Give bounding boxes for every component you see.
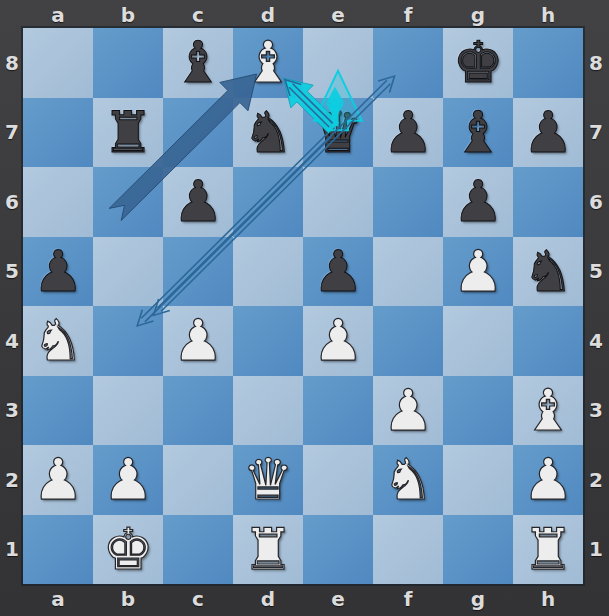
square-a2[interactable]: ♟ — [23, 445, 93, 515]
piece-white-knight[interactable]: ♞ — [382, 445, 433, 515]
piece-white-pawn[interactable]: ♟ — [452, 237, 503, 307]
square-h3[interactable]: ♝ — [513, 376, 583, 446]
rank-label-left-6: 6 — [5, 190, 19, 214]
square-d5[interactable] — [233, 237, 303, 307]
square-g7[interactable]: ♝ — [443, 98, 513, 168]
square-b4[interactable] — [93, 306, 163, 376]
file-label-bottom-f: f — [404, 587, 413, 611]
square-b6[interactable] — [93, 167, 163, 237]
square-h2[interactable]: ♟ — [513, 445, 583, 515]
square-d7[interactable]: ♞ — [233, 98, 303, 168]
square-g1[interactable] — [443, 515, 513, 585]
piece-black-pawn[interactable]: ♟ — [32, 237, 83, 307]
square-b7[interactable]: ♜ — [93, 98, 163, 168]
rank-label-left-7: 7 — [5, 120, 19, 144]
piece-white-rook[interactable]: ♜ — [242, 515, 293, 585]
file-label-bottom-c: c — [192, 587, 204, 611]
square-e3[interactable] — [303, 376, 373, 446]
file-label-bottom-g: g — [471, 587, 485, 611]
piece-black-pawn[interactable]: ♟ — [312, 237, 363, 307]
square-c7[interactable] — [163, 98, 233, 168]
square-b8[interactable] — [93, 28, 163, 98]
file-label-bottom-e: e — [331, 587, 345, 611]
file-label-bottom-d: d — [261, 587, 275, 611]
rank-label-left-5: 5 — [5, 259, 19, 283]
rank-label-left-3: 3 — [5, 398, 19, 422]
piece-black-king[interactable]: ♚ — [452, 28, 503, 98]
rank-label-right-1: 1 — [589, 537, 603, 561]
piece-white-pawn[interactable]: ♟ — [32, 445, 83, 515]
square-a5[interactable]: ♟ — [23, 237, 93, 307]
rank-label-left-4: 4 — [5, 329, 19, 353]
piece-black-pawn[interactable]: ♟ — [452, 167, 503, 237]
file-label-top-e: e — [331, 3, 345, 27]
square-f4[interactable] — [373, 306, 443, 376]
square-g8[interactable]: ♚ — [443, 28, 513, 98]
square-d6[interactable] — [233, 167, 303, 237]
square-c6[interactable]: ♟ — [163, 167, 233, 237]
square-a6[interactable] — [23, 167, 93, 237]
square-e6[interactable] — [303, 167, 373, 237]
square-e8[interactable] — [303, 28, 373, 98]
square-h1[interactable]: ♜ — [513, 515, 583, 585]
rank-label-right-2: 2 — [589, 468, 603, 492]
rank-label-right-7: 7 — [589, 120, 603, 144]
rank-label-right-5: 5 — [589, 259, 603, 283]
square-h4[interactable] — [513, 306, 583, 376]
square-d4[interactable] — [233, 306, 303, 376]
rank-label-left-2: 2 — [5, 468, 19, 492]
square-h7[interactable]: ♟ — [513, 98, 583, 168]
square-h6[interactable] — [513, 167, 583, 237]
piece-black-pawn[interactable]: ♟ — [382, 98, 433, 168]
square-c1[interactable] — [163, 515, 233, 585]
file-label-bottom-b: b — [121, 587, 135, 611]
board[interactable]: ♝♝♚♜♞♛♟♝♟♟♟♟♟♟♞♞♟♟♟♝♟♟♛♞♟♚♜♜ — [23, 28, 583, 584]
piece-white-knight[interactable]: ♞ — [32, 306, 83, 376]
file-label-top-f: f — [404, 3, 413, 27]
square-e4[interactable]: ♟ — [303, 306, 373, 376]
square-b1[interactable]: ♚ — [93, 515, 163, 585]
piece-black-bishop[interactable]: ♝ — [172, 28, 223, 98]
file-label-top-g: g — [471, 3, 485, 27]
piece-black-bishop[interactable]: ♝ — [452, 98, 503, 168]
square-h5[interactable]: ♞ — [513, 237, 583, 307]
file-label-top-h: h — [541, 3, 555, 27]
square-g2[interactable] — [443, 445, 513, 515]
piece-black-queen[interactable]: ♛ — [312, 98, 363, 168]
piece-black-rook[interactable]: ♜ — [102, 98, 153, 168]
rank-label-right-6: 6 — [589, 190, 603, 214]
square-b5[interactable] — [93, 237, 163, 307]
square-b3[interactable] — [93, 376, 163, 446]
square-d8[interactable]: ♝ — [233, 28, 303, 98]
piece-black-pawn[interactable]: ♟ — [172, 167, 223, 237]
file-label-top-c: c — [192, 3, 204, 27]
piece-white-bishop[interactable]: ♝ — [522, 376, 573, 446]
piece-black-pawn[interactable]: ♟ — [522, 98, 573, 168]
square-g3[interactable] — [443, 376, 513, 446]
square-e7[interactable]: ♛ — [303, 98, 373, 168]
square-c8[interactable]: ♝ — [163, 28, 233, 98]
square-f6[interactable] — [373, 167, 443, 237]
file-label-top-a: a — [51, 3, 65, 27]
piece-white-queen[interactable]: ♛ — [242, 445, 293, 515]
piece-white-pawn[interactable]: ♟ — [312, 306, 363, 376]
file-label-bottom-h: h — [541, 587, 555, 611]
square-f1[interactable] — [373, 515, 443, 585]
rank-label-right-8: 8 — [589, 51, 603, 75]
piece-white-pawn[interactable]: ♟ — [102, 445, 153, 515]
square-c3[interactable] — [163, 376, 233, 446]
square-c5[interactable] — [163, 237, 233, 307]
square-h8[interactable] — [513, 28, 583, 98]
square-f3[interactable]: ♟ — [373, 376, 443, 446]
square-d1[interactable]: ♜ — [233, 515, 303, 585]
piece-white-bishop[interactable]: ♝ — [242, 28, 293, 98]
rank-label-right-4: 4 — [589, 329, 603, 353]
square-a4[interactable]: ♞ — [23, 306, 93, 376]
square-g4[interactable] — [443, 306, 513, 376]
piece-white-rook[interactable]: ♜ — [522, 515, 573, 585]
square-d2[interactable]: ♛ — [233, 445, 303, 515]
square-e5[interactable]: ♟ — [303, 237, 373, 307]
file-label-top-b: b — [121, 3, 135, 27]
rank-label-left-1: 1 — [5, 537, 19, 561]
square-b2[interactable]: ♟ — [93, 445, 163, 515]
piece-black-knight[interactable]: ♞ — [522, 237, 573, 307]
square-g5[interactable]: ♟ — [443, 237, 513, 307]
piece-white-king[interactable]: ♚ — [102, 515, 153, 585]
square-f7[interactable]: ♟ — [373, 98, 443, 168]
file-label-top-d: d — [261, 3, 275, 27]
square-a1[interactable] — [23, 515, 93, 585]
square-f8[interactable] — [373, 28, 443, 98]
square-c4[interactable]: ♟ — [163, 306, 233, 376]
square-c2[interactable] — [163, 445, 233, 515]
square-f5[interactable] — [373, 237, 443, 307]
square-f2[interactable]: ♞ — [373, 445, 443, 515]
file-label-bottom-a: a — [51, 587, 65, 611]
square-a8[interactable] — [23, 28, 93, 98]
rank-label-right-3: 3 — [589, 398, 603, 422]
piece-white-pawn[interactable]: ♟ — [382, 376, 433, 446]
piece-white-pawn[interactable]: ♟ — [522, 445, 573, 515]
square-e2[interactable] — [303, 445, 373, 515]
square-g6[interactable]: ♟ — [443, 167, 513, 237]
square-a3[interactable] — [23, 376, 93, 446]
piece-black-knight[interactable]: ♞ — [242, 98, 293, 168]
rank-label-left-8: 8 — [5, 51, 19, 75]
chess-app-window: ♝♝♚♜♞♛♟♝♟♟♟♟♟♟♞♞♟♟♟♝♟♟♛♞♟♚♜♜ aabbccddeef… — [0, 0, 609, 616]
piece-white-pawn[interactable]: ♟ — [172, 306, 223, 376]
square-e1[interactable] — [303, 515, 373, 585]
square-d3[interactable] — [233, 376, 303, 446]
square-a7[interactable] — [23, 98, 93, 168]
